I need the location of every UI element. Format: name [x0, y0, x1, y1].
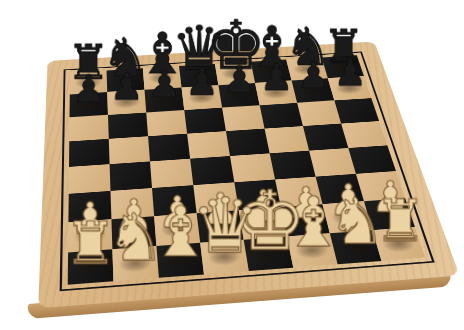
square-c7[interactable]: ♟: [145, 87, 185, 112]
square-d7[interactable]: ♟: [182, 85, 223, 110]
square-f6[interactable]: [260, 103, 303, 129]
square-f7[interactable]: ♟: [255, 81, 297, 106]
square-h6[interactable]: [334, 98, 379, 124]
square-g7[interactable]: ♟: [292, 78, 335, 102]
chess-board: ♜♞♝♛♚♝♞♜♟♟♟♟♟♟♟♟♟♟♟♟♟♟♟♟♜♞♝♛♚♝♞♜: [38, 42, 459, 309]
square-c4[interactable]: [150, 159, 193, 188]
square-e6[interactable]: [222, 105, 264, 131]
square-h4[interactable]: [348, 145, 396, 173]
board-wood-border: ♜♞♝♛♚♝♞♜♟♟♟♟♟♟♟♟♟♟♟♟♟♟♟♟♜♞♝♛♚♝♞♜: [38, 42, 459, 309]
square-e5[interactable]: [226, 129, 270, 156]
board-grid: ♜♞♝♛♚♝♞♜♟♟♟♟♟♟♟♟♟♟♟♟♟♟♟♟♜♞♝♛♚♝♞♜: [68, 55, 425, 285]
square-h7[interactable]: ♟: [328, 76, 371, 100]
black-pawn: ♟: [185, 63, 219, 101]
square-a5[interactable]: [69, 139, 110, 167]
square-c5[interactable]: [148, 134, 190, 162]
square-b6[interactable]: [108, 112, 148, 138]
square-e7[interactable]: ♟: [218, 83, 259, 108]
black-pawn: ♟: [297, 56, 330, 93]
square-h5[interactable]: [341, 121, 387, 148]
board-frame-line: ♜♞♝♛♚♝♞♜♟♟♟♟♟♟♟♟♟♟♟♟♟♟♟♟♜♞♝♛♚♝♞♜: [60, 51, 435, 291]
square-b7[interactable]: ♟: [107, 90, 146, 115]
square-a4[interactable]: [69, 164, 111, 194]
black-pawn: ♟: [260, 58, 294, 95]
square-a7[interactable]: ♟: [70, 92, 108, 117]
square-b4[interactable]: [110, 161, 152, 190]
chess-set-photo: ♜♞♝♛♚♝♞♜♟♟♟♟♟♟♟♟♟♟♟♟♟♟♟♟♜♞♝♛♚♝♞♜: [0, 0, 464, 330]
black-pawn: ♟: [334, 54, 367, 91]
square-b5[interactable]: [109, 136, 150, 164]
square-d6[interactable]: [184, 108, 226, 134]
square-a6[interactable]: [69, 115, 108, 142]
square-f5[interactable]: [265, 126, 310, 153]
square-g4[interactable]: [309, 148, 356, 177]
board-scene: ♜♞♝♛♚♝♞♜♟♟♟♟♟♟♟♟♟♟♟♟♟♟♟♟♜♞♝♛♚♝♞♜: [45, 0, 415, 330]
square-d5[interactable]: [187, 131, 230, 159]
black-pawn: ♟: [223, 61, 257, 98]
black-pawn: ♟: [110, 68, 144, 106]
black-pawn: ♟: [72, 70, 106, 108]
square-c6[interactable]: [146, 110, 187, 136]
white-rook: ♜: [64, 214, 117, 273]
square-b1[interactable]: ♞: [112, 246, 158, 281]
square-a1[interactable]: ♜: [68, 249, 114, 284]
black-pawn: ♟: [148, 65, 182, 103]
